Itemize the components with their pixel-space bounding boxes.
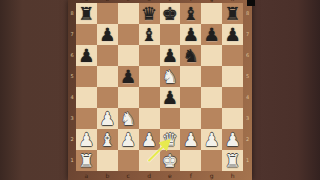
square-g1[interactable] bbox=[201, 150, 222, 171]
piece-black-rook[interactable]: ♜ bbox=[222, 3, 243, 24]
square-b5[interactable] bbox=[97, 66, 118, 87]
square-e1[interactable]: ♚ bbox=[160, 150, 181, 171]
square-b4[interactable] bbox=[97, 87, 118, 108]
square-a7[interactable] bbox=[76, 24, 97, 45]
piece-black-pawn[interactable]: ♟ bbox=[180, 24, 201, 45]
rank-label-left-4: 4 bbox=[68, 87, 76, 108]
square-h8[interactable]: ♜ bbox=[222, 3, 243, 24]
square-c2[interactable]: ♟ bbox=[118, 129, 139, 150]
piece-black-bishop[interactable]: ♝ bbox=[180, 3, 201, 24]
square-e4[interactable]: ♟ bbox=[160, 87, 181, 108]
square-h2[interactable]: ♟ bbox=[222, 129, 243, 150]
square-c4[interactable] bbox=[118, 87, 139, 108]
rank-label-left-8: 8 bbox=[68, 3, 76, 24]
square-a2[interactable]: ♟ bbox=[76, 129, 97, 150]
square-c7[interactable] bbox=[118, 24, 139, 45]
rank-labels-left: 87654321 bbox=[68, 3, 76, 170]
square-a5[interactable] bbox=[76, 66, 97, 87]
square-f6[interactable]: ♞ bbox=[180, 45, 201, 66]
piece-black-pawn[interactable]: ♟ bbox=[97, 24, 118, 45]
piece-black-knight[interactable]: ♞ bbox=[180, 45, 201, 66]
square-b3[interactable]: ♟ bbox=[97, 108, 118, 129]
file-label-g: g bbox=[201, 170, 222, 180]
piece-white-pawn[interactable]: ♟ bbox=[97, 108, 118, 129]
square-b8[interactable] bbox=[97, 3, 118, 24]
square-d7[interactable]: ♝ bbox=[139, 24, 160, 45]
piece-white-pawn[interactable]: ♟ bbox=[118, 129, 139, 150]
square-d4[interactable] bbox=[139, 87, 160, 108]
piece-white-pawn[interactable]: ♟ bbox=[139, 129, 160, 150]
square-f8[interactable]: ♝ bbox=[180, 3, 201, 24]
rank-label-right-5: 5 bbox=[243, 66, 252, 87]
square-e8[interactable]: ♚ bbox=[160, 3, 181, 24]
rank-label-right-7: 7 bbox=[243, 24, 252, 45]
square-e3[interactable] bbox=[160, 108, 181, 129]
rank-label-right-2: 2 bbox=[243, 128, 252, 149]
piece-black-pawn[interactable]: ♟ bbox=[201, 24, 222, 45]
square-a6[interactable]: ♟ bbox=[76, 45, 97, 66]
square-d2[interactable]: ♟ bbox=[139, 129, 160, 150]
square-h7[interactable]: ♟ bbox=[222, 24, 243, 45]
square-e6[interactable]: ♟ bbox=[160, 45, 181, 66]
piece-black-pawn[interactable]: ♟ bbox=[160, 87, 181, 108]
rank-label-left-2: 2 bbox=[68, 128, 76, 149]
square-c6[interactable] bbox=[118, 45, 139, 66]
piece-black-pawn[interactable]: ♟ bbox=[222, 24, 243, 45]
rank-label-right-4: 4 bbox=[243, 87, 252, 108]
piece-white-rook[interactable]: ♜ bbox=[222, 150, 243, 171]
piece-white-queen[interactable]: ♛ bbox=[160, 129, 181, 150]
square-g2[interactable]: ♟ bbox=[201, 129, 222, 150]
square-f2[interactable]: ♟ bbox=[180, 129, 201, 150]
file-label-c: c bbox=[118, 170, 139, 180]
square-h1[interactable]: ♜ bbox=[222, 150, 243, 171]
board-squares: ♜♛♚♝♜♟♝♟♟♟♟♟♞♟♞♟♟♞♟♝♟♟♛♟♟♟♜♚♜ bbox=[76, 3, 243, 170]
piece-black-rook[interactable]: ♜ bbox=[76, 3, 97, 24]
square-b7[interactable]: ♟ bbox=[97, 24, 118, 45]
rank-labels-right: 87654321 bbox=[243, 3, 252, 170]
rank-label-right-6: 6 bbox=[243, 45, 252, 66]
square-g7[interactable]: ♟ bbox=[201, 24, 222, 45]
rank-label-left-3: 3 bbox=[68, 107, 76, 128]
file-label-a: a bbox=[76, 170, 97, 180]
file-labels-bottom: abcdefgh bbox=[76, 170, 243, 180]
page-background: abcdefgh 87654321 87654321 ♜♛♚♝♜♟♝♟♟♟♟♟♞… bbox=[0, 0, 320, 180]
piece-white-rook[interactable]: ♜ bbox=[76, 150, 97, 171]
piece-white-pawn[interactable]: ♟ bbox=[76, 129, 97, 150]
file-label-e: e bbox=[160, 170, 181, 180]
square-b1[interactable] bbox=[97, 150, 118, 171]
square-g3[interactable] bbox=[201, 108, 222, 129]
piece-black-pawn[interactable]: ♟ bbox=[160, 45, 181, 66]
piece-white-pawn[interactable]: ♟ bbox=[201, 129, 222, 150]
piece-black-pawn[interactable]: ♟ bbox=[118, 66, 139, 87]
file-label-f: f bbox=[180, 170, 201, 180]
square-e2[interactable]: ♛ bbox=[160, 129, 181, 150]
square-h4[interactable] bbox=[222, 87, 243, 108]
square-h3[interactable] bbox=[222, 108, 243, 129]
piece-white-king[interactable]: ♚ bbox=[160, 150, 181, 171]
square-f1[interactable] bbox=[180, 150, 201, 171]
square-a8[interactable]: ♜ bbox=[76, 3, 97, 24]
rank-label-right-3: 3 bbox=[243, 107, 252, 128]
piece-white-pawn[interactable]: ♟ bbox=[180, 129, 201, 150]
square-g5[interactable] bbox=[201, 66, 222, 87]
square-a3[interactable] bbox=[76, 108, 97, 129]
corner-notch bbox=[247, 0, 255, 6]
rank-label-right-8: 8 bbox=[243, 3, 252, 24]
rank-label-left-5: 5 bbox=[68, 66, 76, 87]
square-f5[interactable] bbox=[180, 66, 201, 87]
square-g6[interactable] bbox=[201, 45, 222, 66]
square-c8[interactable] bbox=[118, 3, 139, 24]
file-label-d: d bbox=[139, 170, 160, 180]
piece-white-knight[interactable]: ♞ bbox=[118, 108, 139, 129]
square-d5[interactable] bbox=[139, 66, 160, 87]
square-h6[interactable] bbox=[222, 45, 243, 66]
rank-label-right-1: 1 bbox=[243, 149, 252, 170]
square-d1[interactable] bbox=[139, 150, 160, 171]
piece-black-pawn[interactable]: ♟ bbox=[76, 45, 97, 66]
file-label-b: b bbox=[97, 170, 118, 180]
square-f7[interactable]: ♟ bbox=[180, 24, 201, 45]
square-c3[interactable]: ♞ bbox=[118, 108, 139, 129]
piece-white-knight[interactable]: ♞ bbox=[160, 66, 181, 87]
piece-black-bishop[interactable]: ♝ bbox=[139, 24, 160, 45]
chess-board: abcdefgh 87654321 87654321 ♜♛♚♝♜♟♝♟♟♟♟♟♞… bbox=[68, 0, 252, 180]
square-g8[interactable] bbox=[201, 3, 222, 24]
rank-label-left-6: 6 bbox=[68, 45, 76, 66]
piece-white-pawn[interactable]: ♟ bbox=[222, 129, 243, 150]
square-b6[interactable] bbox=[97, 45, 118, 66]
square-c1[interactable] bbox=[118, 150, 139, 171]
square-h5[interactable] bbox=[222, 66, 243, 87]
rank-label-left-7: 7 bbox=[68, 24, 76, 45]
piece-black-king[interactable]: ♚ bbox=[160, 3, 181, 24]
square-f4[interactable] bbox=[180, 87, 201, 108]
square-c5[interactable]: ♟ bbox=[118, 66, 139, 87]
square-e5[interactable]: ♞ bbox=[160, 66, 181, 87]
file-label-h: h bbox=[222, 170, 243, 180]
piece-white-bishop[interactable]: ♝ bbox=[97, 129, 118, 150]
square-e7[interactable] bbox=[160, 24, 181, 45]
rank-label-left-1: 1 bbox=[68, 149, 76, 170]
square-d6[interactable] bbox=[139, 45, 160, 66]
square-g4[interactable] bbox=[201, 87, 222, 108]
square-a4[interactable] bbox=[76, 87, 97, 108]
square-f3[interactable] bbox=[180, 108, 201, 129]
square-b2[interactable]: ♝ bbox=[97, 129, 118, 150]
piece-black-queen[interactable]: ♛ bbox=[139, 3, 160, 24]
square-d8[interactable]: ♛ bbox=[139, 3, 160, 24]
square-d3[interactable] bbox=[139, 108, 160, 129]
square-a1[interactable]: ♜ bbox=[76, 150, 97, 171]
